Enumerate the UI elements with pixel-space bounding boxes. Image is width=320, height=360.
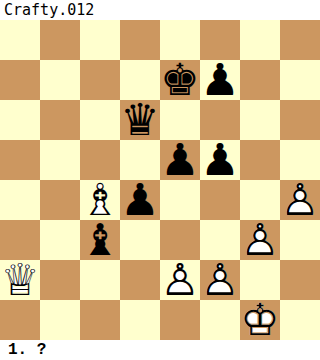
square-c8[interactable] (80, 20, 120, 60)
square-b7[interactable] (40, 60, 80, 100)
window-title: Crafty.012 (0, 0, 320, 20)
square-d8[interactable] (120, 20, 160, 60)
white-pawn-h4[interactable]: ♟♙ (280, 180, 320, 220)
square-c3[interactable]: ♝ (80, 220, 120, 260)
square-d6[interactable]: ♛ (120, 100, 160, 140)
square-a5[interactable] (0, 140, 40, 180)
white-piece-outline: ♙ (240, 220, 280, 260)
white-piece-outline: ♙ (280, 180, 320, 220)
square-e5[interactable]: ♟ (160, 140, 200, 180)
square-g6[interactable] (240, 100, 280, 140)
white-piece-outline: ♙ (200, 260, 240, 300)
square-a8[interactable] (0, 20, 40, 60)
square-g1[interactable]: ♚♔ (240, 300, 280, 340)
square-c6[interactable] (80, 100, 120, 140)
black-queen-d6[interactable]: ♛ (120, 100, 160, 140)
square-h6[interactable] (280, 100, 320, 140)
square-e4[interactable] (160, 180, 200, 220)
white-queen-a2[interactable]: ♛♕ (0, 260, 40, 300)
square-d2[interactable] (120, 260, 160, 300)
white-pawn-f2[interactable]: ♟♙ (200, 260, 240, 300)
square-c7[interactable] (80, 60, 120, 100)
white-piece-outline: ♙ (160, 260, 200, 300)
square-d4[interactable]: ♟ (120, 180, 160, 220)
square-a6[interactable] (0, 100, 40, 140)
chess-board: ♚♟♛♟♟♝♗♟♟♙♝♟♙♛♕♟♙♟♙♚♔ (0, 20, 320, 340)
square-f4[interactable] (200, 180, 240, 220)
square-g7[interactable] (240, 60, 280, 100)
white-pawn-e2[interactable]: ♟♙ (160, 260, 200, 300)
square-g3[interactable]: ♟♙ (240, 220, 280, 260)
square-h2[interactable] (280, 260, 320, 300)
square-b1[interactable] (40, 300, 80, 340)
white-piece-outline: ♕ (0, 260, 40, 300)
square-d3[interactable] (120, 220, 160, 260)
square-d1[interactable] (120, 300, 160, 340)
square-a1[interactable] (0, 300, 40, 340)
black-pawn-f7[interactable]: ♟ (200, 60, 240, 100)
square-c2[interactable] (80, 260, 120, 300)
square-a2[interactable]: ♛♕ (0, 260, 40, 300)
square-b4[interactable] (40, 180, 80, 220)
square-h7[interactable] (280, 60, 320, 100)
black-pawn-e5[interactable]: ♟ (160, 140, 200, 180)
square-h1[interactable] (280, 300, 320, 340)
square-b6[interactable] (40, 100, 80, 140)
square-e2[interactable]: ♟♙ (160, 260, 200, 300)
square-b5[interactable] (40, 140, 80, 180)
square-b3[interactable] (40, 220, 80, 260)
square-g5[interactable] (240, 140, 280, 180)
square-b8[interactable] (40, 20, 80, 60)
black-pawn-f5[interactable]: ♟ (200, 140, 240, 180)
square-e1[interactable] (160, 300, 200, 340)
square-e7[interactable]: ♚ (160, 60, 200, 100)
square-h8[interactable] (280, 20, 320, 60)
square-b2[interactable] (40, 260, 80, 300)
square-g8[interactable] (240, 20, 280, 60)
square-f5[interactable]: ♟ (200, 140, 240, 180)
square-h4[interactable]: ♟♙ (280, 180, 320, 220)
square-a4[interactable] (0, 180, 40, 220)
white-piece-outline: ♔ (240, 300, 280, 340)
square-a7[interactable] (0, 60, 40, 100)
square-f2[interactable]: ♟♙ (200, 260, 240, 300)
black-pawn-d4[interactable]: ♟ (120, 180, 160, 220)
black-king-e7[interactable]: ♚ (160, 60, 200, 100)
square-c1[interactable] (80, 300, 120, 340)
black-bishop-c3[interactable]: ♝ (80, 220, 120, 260)
square-h3[interactable] (280, 220, 320, 260)
white-pawn-g3[interactable]: ♟♙ (240, 220, 280, 260)
square-f7[interactable]: ♟ (200, 60, 240, 100)
square-f1[interactable] (200, 300, 240, 340)
white-king-g1[interactable]: ♚♔ (240, 300, 280, 340)
